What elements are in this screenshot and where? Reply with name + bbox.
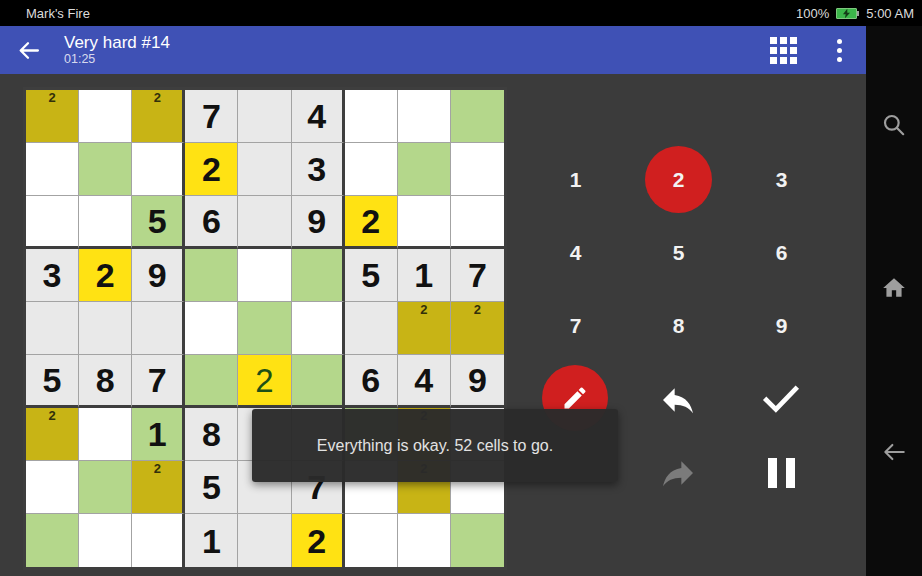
cell-r7c2[interactable] [79,408,132,461]
given-digit: 5 [202,470,221,504]
cell-r4c4[interactable] [185,249,238,302]
cell-r4c3[interactable]: 9 [132,249,185,302]
given-digit: 1 [414,258,433,292]
numpad-1[interactable]: 1 [524,143,627,216]
cell-r8c4[interactable]: 5 [185,461,238,514]
cell-r5c6[interactable] [292,302,345,355]
cell-r6c2[interactable]: 8 [79,355,132,408]
cell-r2c4[interactable]: 2 [185,143,238,196]
numpad-2[interactable]: 2 [627,143,730,216]
given-digit: 7 [148,363,167,397]
cell-r2c2[interactable] [79,143,132,196]
undo-icon[interactable] [654,378,702,422]
cell-r3c9[interactable] [451,196,504,249]
back-icon[interactable] [881,439,907,469]
cell-r9c8[interactable] [398,514,451,567]
cell-r3c7[interactable]: 2 [345,196,398,249]
page-title: Very hard #14 [64,33,170,52]
given-digit: 2 [202,152,221,186]
numpad-4[interactable]: 4 [524,216,627,289]
given-digit: 5 [148,204,167,238]
given-digit: 9 [307,204,326,238]
pause-icon[interactable] [757,451,805,495]
cell-r6c3[interactable]: 7 [132,355,185,408]
cell-r1c9[interactable] [451,90,504,143]
home-icon[interactable] [881,275,907,305]
given-digit: 9 [148,258,167,292]
cell-r3c5[interactable] [238,196,291,249]
cell-r3c4[interactable]: 6 [185,196,238,249]
search-icon[interactable] [881,112,907,142]
cell-r6c9[interactable]: 9 [451,355,504,408]
cell-r6c5[interactable]: 2 [238,355,291,408]
cell-r1c2[interactable] [79,90,132,143]
user-digit: 2 [255,364,273,397]
cell-r4c7[interactable]: 5 [345,249,398,302]
cell-r1c3[interactable]: 2 [132,90,185,143]
screen: Mark's Fire 100% 5:00 AM Very hard #14 0… [0,0,922,576]
cell-r4c8[interactable]: 1 [398,249,451,302]
given-digit: 6 [361,363,380,397]
pencil-mark: 2 [398,303,450,317]
cell-r4c9[interactable]: 7 [451,249,504,302]
cell-r9c4[interactable]: 1 [185,514,238,567]
pencil-mark: 2 [132,91,182,105]
cell-r7c3[interactable]: 1 [132,408,185,461]
given-digit: 1 [148,417,167,451]
cell-r7c1[interactable]: 2 [26,408,79,461]
given-digit: 3 [307,152,326,186]
apps-grid-icon[interactable] [770,37,797,64]
given-digit: 5 [361,258,380,292]
numpad-9[interactable]: 9 [730,289,833,362]
given-digit: 6 [202,204,221,238]
given-digit: 4 [414,363,433,397]
cell-r3c3[interactable]: 5 [132,196,185,249]
cell-r5c3[interactable] [132,302,185,355]
battery-percent: 100% [796,6,829,21]
toast: Everything is okay. 52 cells to go. [252,409,618,482]
cell-r9c5[interactable] [238,514,291,567]
given-digit: 3 [43,258,62,292]
cell-r5c4[interactable] [185,302,238,355]
numpad-8[interactable]: 8 [627,289,730,362]
cell-r1c1[interactable]: 2 [26,90,79,143]
cell-r1c5[interactable] [238,90,291,143]
app-bar: Very hard #14 01:25 [0,26,866,74]
cell-r6c4[interactable] [185,355,238,408]
cell-r2c3[interactable] [132,143,185,196]
cell-r4c2[interactable]: 2 [79,249,132,302]
cell-r1c6[interactable]: 4 [292,90,345,143]
cell-r2c5[interactable] [238,143,291,196]
given-digit: 2 [96,258,115,292]
cell-r4c5[interactable] [238,249,291,302]
given-digit: 1 [202,524,221,558]
numpad-3[interactable]: 3 [730,143,833,216]
cell-r8c2[interactable] [79,461,132,514]
cell-r6c6[interactable] [292,355,345,408]
cell-r3c2[interactable] [79,196,132,249]
given-digit: 7 [202,99,221,133]
pencil-mark: 2 [132,462,182,476]
given-digit: 7 [468,258,487,292]
numpad-5[interactable]: 5 [627,216,730,289]
cell-r2c7[interactable] [345,143,398,196]
cell-r5c5[interactable] [238,302,291,355]
cell-r2c1[interactable] [26,143,79,196]
toast-message: Everything is okay. 52 cells to go. [317,437,553,455]
back-arrow-icon[interactable] [0,38,56,63]
status-bar: Mark's Fire 100% 5:00 AM [0,0,922,26]
numpad-7[interactable]: 7 [524,289,627,362]
pencil-mark: 2 [26,91,78,105]
given-digit: 2 [361,204,380,238]
cell-r5c9[interactable]: 2 [451,302,504,355]
cell-r2c8[interactable] [398,143,451,196]
cell-r9c9[interactable] [451,514,504,567]
cell-r6c7[interactable]: 6 [345,355,398,408]
cell-r5c8[interactable]: 2 [398,302,451,355]
numpad-6[interactable]: 6 [730,216,833,289]
cell-r9c1[interactable] [26,514,79,567]
cell-r8c3[interactable]: 2 [132,461,185,514]
number-pad: 123456789 [524,143,833,362]
cell-r6c8[interactable]: 4 [398,355,451,408]
given-digit: 4 [307,99,326,133]
given-digit: 5 [43,363,62,397]
cell-r9c7[interactable] [345,514,398,567]
system-nav-bar [866,26,922,576]
cell-r1c8[interactable] [398,90,451,143]
given-digit: 9 [468,363,487,397]
cell-r9c3[interactable] [132,514,185,567]
given-digit: 2 [307,524,326,558]
pencil-mark: 2 [26,409,78,423]
cell-r5c7[interactable] [345,302,398,355]
cell-r8c1[interactable] [26,461,79,514]
overflow-menu-icon[interactable] [833,35,846,66]
status-time: 5:00 AM [866,6,914,21]
check-icon[interactable] [757,376,805,422]
game-timer: 01:25 [64,52,170,67]
given-digit: 8 [202,417,221,451]
cell-r6c1[interactable]: 5 [26,355,79,408]
cell-r3c1[interactable] [26,196,79,249]
battery-charging-icon [836,8,859,19]
cell-r5c2[interactable] [79,302,132,355]
cell-r3c6[interactable]: 9 [292,196,345,249]
cell-r9c2[interactable] [79,514,132,567]
cell-r1c7[interactable] [345,90,398,143]
cell-r4c6[interactable] [292,249,345,302]
cell-r1c4[interactable]: 7 [185,90,238,143]
cell-r9c6[interactable]: 2 [292,514,345,567]
redo-icon [654,451,702,495]
cell-r4c1[interactable]: 3 [26,249,79,302]
sudoku-board: 22742356923295172258726492182257212 [23,87,507,570]
cell-r2c6[interactable]: 3 [292,143,345,196]
cell-r2c9[interactable] [451,143,504,196]
device-name: Mark's Fire [26,6,90,21]
cell-r5c1[interactable] [26,302,79,355]
pencil-mark: 2 [451,303,504,317]
given-digit: 8 [96,363,115,397]
cell-r7c4[interactable]: 8 [185,408,238,461]
cell-r3c8[interactable] [398,196,451,249]
